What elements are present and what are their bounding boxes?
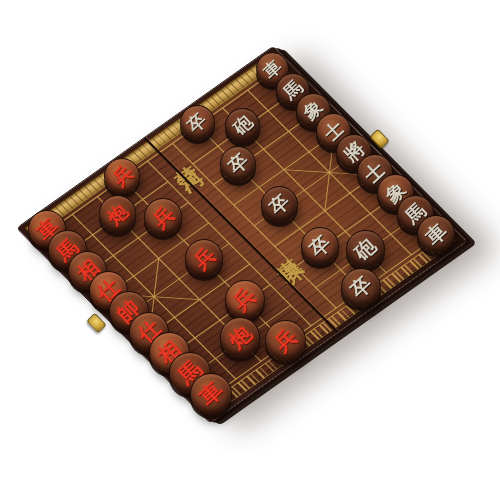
piece-black-soldier[interactable]: 卒 [301, 227, 339, 265]
piece-black-soldier[interactable]: 卒 [341, 268, 380, 307]
piece-red-soldier[interactable]: 兵 [104, 158, 140, 194]
piece-red-cannon[interactable]: 炮 [220, 317, 261, 358]
piece-red-cannon[interactable]: 炮 [99, 195, 136, 232]
piece-black-cannon[interactable]: 砲 [346, 230, 384, 268]
product-photo-stage: 楚河 漢界 車馬象卒砲士將卒士兵象卒馬炮兵車車卒砲馬兵相卒仕兵帥仕炮兵相馬車 [0, 0, 500, 500]
piece-black-soldier[interactable]: 卒 [180, 105, 215, 140]
piece-red-soldier[interactable]: 兵 [144, 198, 181, 235]
piece-black-chariot[interactable]: 車 [417, 215, 455, 253]
piece-red-soldier[interactable]: 兵 [225, 280, 265, 320]
piece-black-soldier[interactable]: 卒 [220, 146, 256, 182]
pieces-layer: 車馬象卒砲士將卒士兵象卒馬炮兵車車卒砲馬兵相卒仕兵帥仕炮兵相馬車 [0, 0, 500, 500]
piece-black-soldier[interactable]: 卒 [261, 186, 298, 223]
piece-red-soldier[interactable]: 兵 [185, 239, 224, 278]
piece-black-cannon[interactable]: 砲 [225, 108, 260, 143]
piece-red-soldier[interactable]: 兵 [265, 320, 306, 361]
piece-red-chariot[interactable]: 車 [190, 373, 232, 415]
